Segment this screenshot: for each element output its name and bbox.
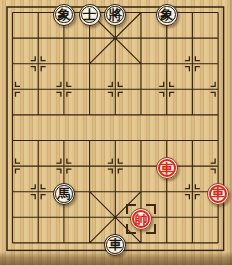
piece-black-horse[interactable]: 馬 [53,183,75,205]
piece-glyph: 將 [105,5,125,25]
piece-red-chariot[interactable]: 車 [156,157,178,179]
piece-black-elephant[interactable]: 象 [53,4,75,26]
piece-glyph: 士 [80,5,100,25]
piece-glyph: 象 [54,5,74,25]
piece-glyph: 帥 [131,209,151,229]
piece-black-elephant[interactable]: 象 [156,4,178,26]
piece-black-advisor[interactable]: 士 [79,4,101,26]
board-edge-shadow-bottom [0,252,232,265]
piece-glyph: 車 [208,184,228,204]
piece-glyph: 象 [157,5,177,25]
piece-glyph: 車 [157,158,177,178]
board-edge-shadow-right [229,0,232,265]
piece-glyph: 馬 [54,184,74,204]
xiangqi-board: 象士將象車馬車帥車 [0,0,232,265]
piece-red-general[interactable]: 帥 [130,208,152,230]
piece-black-general[interactable]: 將 [104,4,126,26]
pieces-layer: 象士將象車馬車帥車 [0,0,232,265]
piece-red-chariot[interactable]: 車 [207,183,229,205]
